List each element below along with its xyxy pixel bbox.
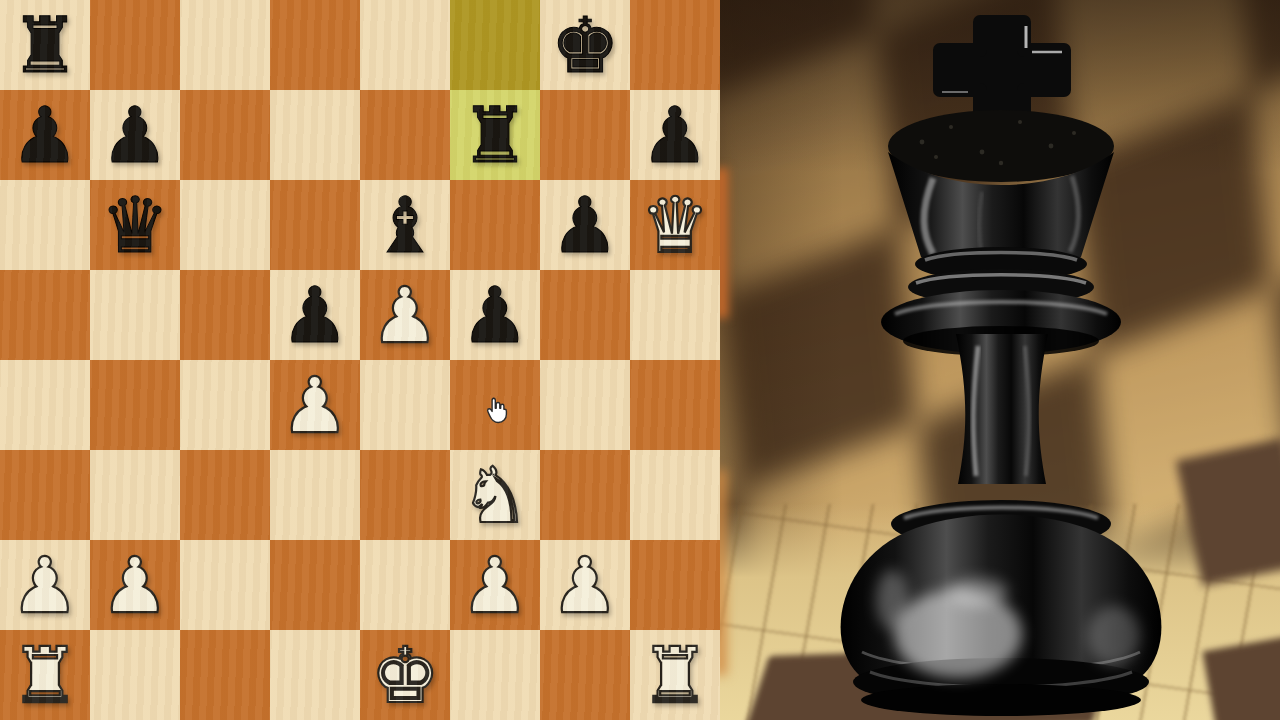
square-b1[interactable] bbox=[90, 630, 180, 720]
chess-board: ♜♚♟♟♜♟♛♝♟♛♟♟♟♟♞♟♟♟♟♜♚♜ bbox=[0, 0, 720, 720]
square-h4[interactable] bbox=[630, 360, 720, 450]
square-b8[interactable] bbox=[90, 0, 180, 90]
square-d4[interactable]: ♟ bbox=[270, 360, 360, 450]
piece-bk-g8[interactable]: ♚ bbox=[550, 7, 619, 84]
piece-bb-e6[interactable]: ♝ bbox=[370, 187, 439, 264]
piece-br-f7[interactable]: ♜ bbox=[460, 97, 529, 174]
square-e4[interactable] bbox=[360, 360, 450, 450]
square-c1[interactable] bbox=[180, 630, 270, 720]
piece-br-a8[interactable]: ♜ bbox=[10, 7, 79, 84]
square-e6[interactable]: ♝ bbox=[360, 180, 450, 270]
square-f7[interactable]: ♜ bbox=[450, 90, 540, 180]
square-b3[interactable] bbox=[90, 450, 180, 540]
square-c8[interactable] bbox=[180, 0, 270, 90]
square-f5[interactable]: ♟ bbox=[450, 270, 540, 360]
square-e2[interactable] bbox=[360, 540, 450, 630]
square-d3[interactable] bbox=[270, 450, 360, 540]
piece-wp-a2[interactable]: ♟ bbox=[10, 547, 79, 624]
square-a4[interactable] bbox=[0, 360, 90, 450]
square-g1[interactable] bbox=[540, 630, 630, 720]
square-g7[interactable] bbox=[540, 90, 630, 180]
square-e3[interactable] bbox=[360, 450, 450, 540]
square-d2[interactable] bbox=[270, 540, 360, 630]
piece-bp-g6[interactable]: ♟ bbox=[550, 187, 619, 264]
square-b5[interactable] bbox=[90, 270, 180, 360]
square-g4[interactable] bbox=[540, 360, 630, 450]
square-d7[interactable] bbox=[270, 90, 360, 180]
square-h8[interactable] bbox=[630, 0, 720, 90]
square-a1[interactable]: ♜ bbox=[0, 630, 90, 720]
square-h5[interactable] bbox=[630, 270, 720, 360]
square-c5[interactable] bbox=[180, 270, 270, 360]
piece-wq-h6[interactable]: ♛ bbox=[640, 187, 709, 264]
square-d6[interactable] bbox=[270, 180, 360, 270]
square-b2[interactable]: ♟ bbox=[90, 540, 180, 630]
square-g5[interactable] bbox=[540, 270, 630, 360]
king-cross bbox=[940, 22, 1064, 118]
square-e1[interactable]: ♚ bbox=[360, 630, 450, 720]
square-f8[interactable] bbox=[450, 0, 540, 90]
square-h7[interactable]: ♟ bbox=[630, 90, 720, 180]
piece-wk-e1[interactable]: ♚ bbox=[370, 637, 439, 714]
piece-wp-g2[interactable]: ♟ bbox=[550, 547, 619, 624]
piece-bp-h7[interactable]: ♟ bbox=[640, 97, 709, 174]
square-h6[interactable]: ♛ bbox=[630, 180, 720, 270]
piece-wp-d4[interactable]: ♟ bbox=[280, 367, 349, 444]
square-c6[interactable] bbox=[180, 180, 270, 270]
square-d5[interactable]: ♟ bbox=[270, 270, 360, 360]
square-f4[interactable] bbox=[450, 360, 540, 450]
square-g8[interactable]: ♚ bbox=[540, 0, 630, 90]
square-a3[interactable] bbox=[0, 450, 90, 540]
piece-bp-d5[interactable]: ♟ bbox=[280, 277, 349, 354]
square-g6[interactable]: ♟ bbox=[540, 180, 630, 270]
square-a5[interactable] bbox=[0, 270, 90, 360]
piece-wr-a1[interactable]: ♜ bbox=[10, 637, 79, 714]
piece-bp-f5[interactable]: ♟ bbox=[460, 277, 529, 354]
square-g3[interactable] bbox=[540, 450, 630, 540]
piece-wr-h1[interactable]: ♜ bbox=[640, 637, 709, 714]
piece-bp-b7[interactable]: ♟ bbox=[100, 97, 169, 174]
square-a7[interactable]: ♟ bbox=[0, 90, 90, 180]
square-a8[interactable]: ♜ bbox=[0, 0, 90, 90]
square-a2[interactable]: ♟ bbox=[0, 540, 90, 630]
square-b7[interactable]: ♟ bbox=[90, 90, 180, 180]
piece-wp-f2[interactable]: ♟ bbox=[460, 547, 529, 624]
piece-bp-a7[interactable]: ♟ bbox=[10, 97, 79, 174]
square-c3[interactable] bbox=[180, 450, 270, 540]
square-b6[interactable]: ♛ bbox=[90, 180, 180, 270]
square-e8[interactable] bbox=[360, 0, 450, 90]
king-photo-panel bbox=[720, 0, 1280, 720]
square-g2[interactable]: ♟ bbox=[540, 540, 630, 630]
square-f6[interactable] bbox=[450, 180, 540, 270]
square-f3[interactable]: ♞ bbox=[450, 450, 540, 540]
square-b4[interactable] bbox=[90, 360, 180, 450]
piece-wn-f3[interactable]: ♞ bbox=[460, 457, 529, 534]
square-d8[interactable] bbox=[270, 0, 360, 90]
square-h3[interactable] bbox=[630, 450, 720, 540]
piece-bq-b6[interactable]: ♛ bbox=[100, 187, 169, 264]
square-c4[interactable] bbox=[180, 360, 270, 450]
square-f1[interactable] bbox=[450, 630, 540, 720]
square-c7[interactable] bbox=[180, 90, 270, 180]
square-e7[interactable] bbox=[360, 90, 450, 180]
square-f2[interactable]: ♟ bbox=[450, 540, 540, 630]
square-h2[interactable] bbox=[630, 540, 720, 630]
square-a6[interactable] bbox=[0, 180, 90, 270]
square-c2[interactable] bbox=[180, 540, 270, 630]
square-d1[interactable] bbox=[270, 630, 360, 720]
square-e5[interactable]: ♟ bbox=[360, 270, 450, 360]
black-king-photo bbox=[720, 0, 1280, 720]
piece-wp-e5[interactable]: ♟ bbox=[370, 277, 439, 354]
screenshot-root: ♜♚♟♟♜♟♛♝♟♛♟♟♟♟♞♟♟♟♟♜♚♜ bbox=[0, 0, 1280, 720]
square-h1[interactable]: ♜ bbox=[630, 630, 720, 720]
piece-wp-b2[interactable]: ♟ bbox=[100, 547, 169, 624]
